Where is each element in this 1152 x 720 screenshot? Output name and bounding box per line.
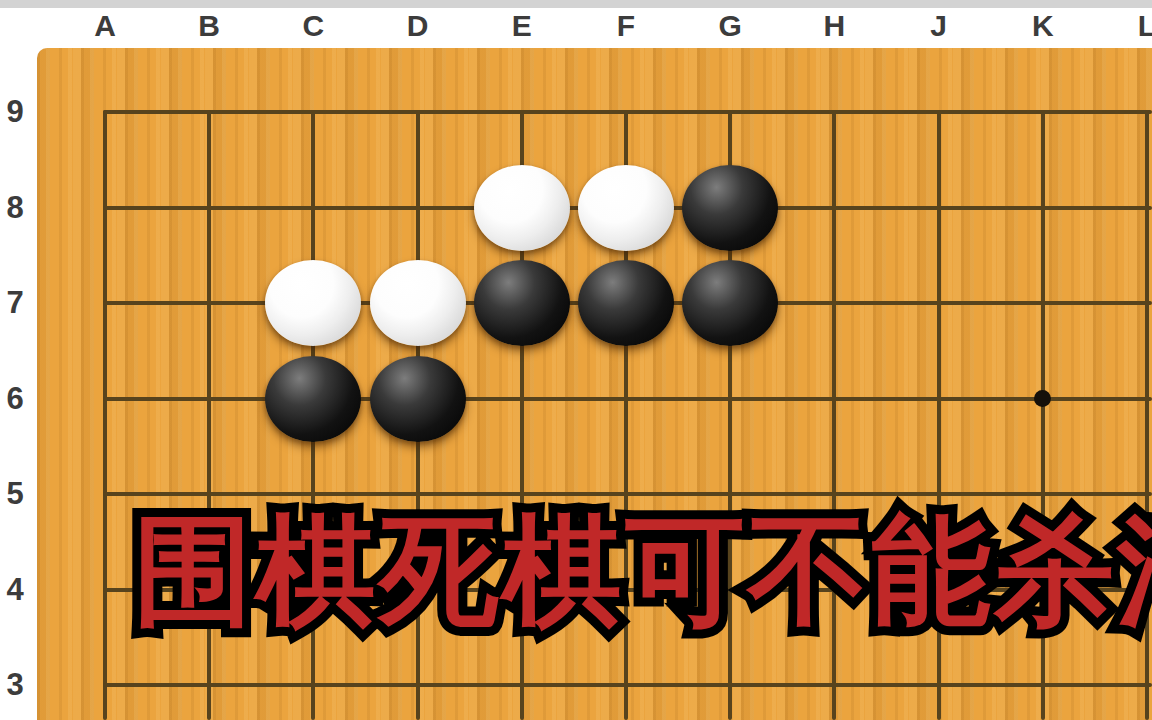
row-label-5: 5 xyxy=(0,476,30,512)
column-label-A: A xyxy=(83,6,127,46)
column-label-K: K xyxy=(1021,6,1065,46)
stone-white-E8 xyxy=(474,165,570,251)
column-label-C: C xyxy=(291,6,335,46)
column-label-F: F xyxy=(604,6,648,46)
screen: ABCDEFGHJKL9876543 围棋死棋可不能杀活 围棋死棋可不能杀活 xyxy=(0,0,1152,720)
column-label-L: L xyxy=(1125,6,1152,46)
grid-line-horizontal-5 xyxy=(103,492,1152,496)
row-label-6: 6 xyxy=(0,381,30,417)
row-label-3: 3 xyxy=(0,667,30,703)
row-label-9: 9 xyxy=(0,94,30,130)
stone-black-G7 xyxy=(682,260,778,346)
grid-line-horizontal-3 xyxy=(103,683,1152,687)
column-label-D: D xyxy=(396,6,440,46)
stone-black-F7 xyxy=(578,260,674,346)
column-label-E: E xyxy=(500,6,544,46)
stone-black-C6 xyxy=(265,356,361,442)
window-edge-strip xyxy=(0,0,1152,8)
caption-text: 围棋死棋可不能杀活 xyxy=(133,506,1152,634)
stone-black-E7 xyxy=(474,260,570,346)
stone-white-D7 xyxy=(370,260,466,346)
grid-line-horizontal-6 xyxy=(103,397,1152,401)
stone-black-G8 xyxy=(682,165,778,251)
row-label-8: 8 xyxy=(0,190,30,226)
stone-white-F8 xyxy=(578,165,674,251)
row-label-7: 7 xyxy=(0,285,30,321)
stone-white-C7 xyxy=(265,260,361,346)
grid-line-vertical-A xyxy=(103,110,107,720)
column-label-B: B xyxy=(187,6,231,46)
caption-overlay: 围棋死棋可不能杀活 围棋死棋可不能杀活 xyxy=(133,506,1152,656)
grid-line-horizontal-9 xyxy=(103,110,1152,114)
row-label-4: 4 xyxy=(0,572,30,608)
column-label-J: J xyxy=(917,6,961,46)
column-label-G: G xyxy=(708,6,752,46)
stone-black-D6 xyxy=(370,356,466,442)
column-label-H: H xyxy=(812,6,856,46)
